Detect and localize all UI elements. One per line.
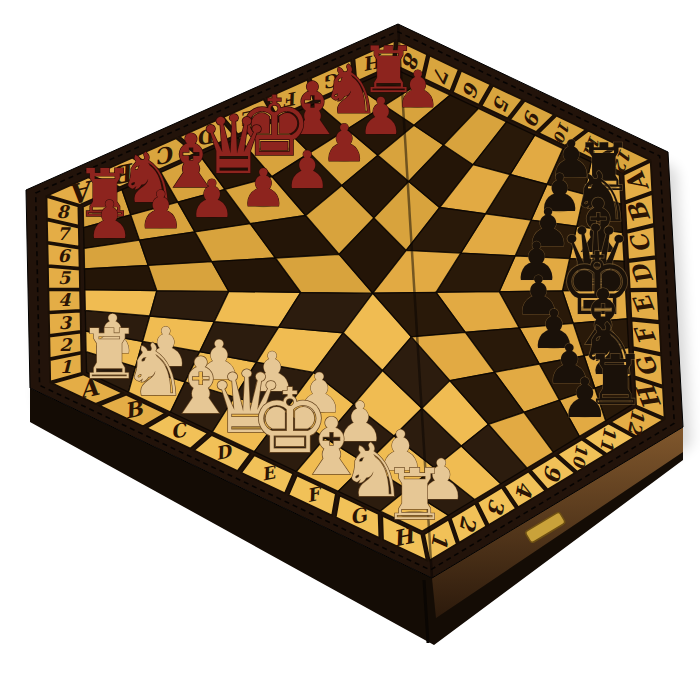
coord-label-1: 1 (60, 357, 72, 377)
coord-label-5: 5 (58, 268, 72, 288)
coord-label-8: 8 (57, 202, 71, 222)
piece-red-pawn-a2[interactable]: ♟ (86, 189, 133, 250)
piece-red-pawn-d2[interactable]: ♟ (240, 158, 287, 218)
coord-label-4: 4 (58, 290, 71, 310)
coord-label-3: 3 (59, 313, 73, 333)
three-player-chess-photo: 87654321ABCDEFGH87659101112ABCDEFGH12111… (0, 0, 700, 700)
piece-white-rook-h1[interactable]: ♜ (383, 454, 446, 536)
coord-label-6: 6 (57, 246, 71, 266)
coord-label-2: 2 (59, 335, 73, 355)
three-player-chess-board: 87654321ABCDEFGH87659101112ABCDEFGH12111… (0, 0, 700, 700)
piece-red-pawn-e2[interactable]: ♟ (284, 140, 331, 200)
square-red-a4[interactable] (85, 265, 157, 290)
piece-black-pawn-h2[interactable]: ♟ (560, 366, 609, 430)
coord-label-7: 7 (57, 224, 71, 244)
piece-red-pawn-c2[interactable]: ♟ (189, 169, 236, 229)
piece-red-pawn-b2[interactable]: ♟ (137, 179, 184, 240)
